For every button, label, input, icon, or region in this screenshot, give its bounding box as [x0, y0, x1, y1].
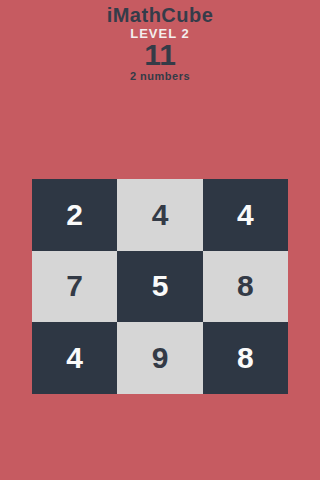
grid-cell[interactable]: 9 — [117, 322, 202, 394]
app-title: iMathCube — [0, 4, 320, 26]
game-screen: iMathCube LEVEL 2 11 2 numbers 2 4 4 7 5… — [0, 0, 320, 480]
grid-cell[interactable]: 4 — [117, 179, 202, 251]
target-number: 11 — [0, 41, 320, 69]
grid-cell[interactable]: 8 — [203, 251, 288, 323]
grid-cell[interactable]: 8 — [203, 322, 288, 394]
grid-cell[interactable]: 4 — [32, 322, 117, 394]
grid-cell[interactable]: 5 — [117, 251, 202, 323]
numbers-hint: 2 numbers — [0, 70, 320, 83]
grid-cell[interactable]: 7 — [32, 251, 117, 323]
number-grid: 2 4 4 7 5 8 4 9 8 — [32, 179, 288, 394]
grid-cell[interactable]: 4 — [203, 179, 288, 251]
grid-cell[interactable]: 2 — [32, 179, 117, 251]
